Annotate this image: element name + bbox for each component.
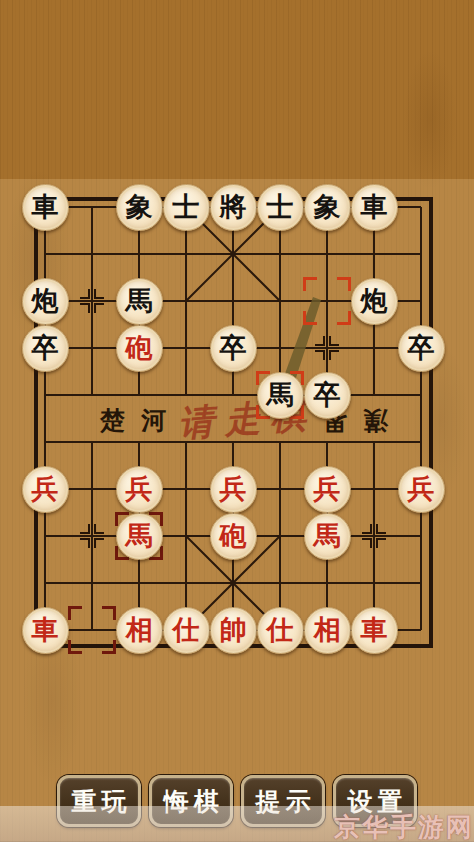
piece-red-cannon[interactable]: 砲	[210, 513, 257, 560]
star-point	[315, 336, 339, 360]
piece-red-soldier[interactable]: 兵	[398, 466, 445, 513]
piece-red-soldier[interactable]: 兵	[210, 466, 257, 513]
piece-red-advisor[interactable]: 仕	[257, 607, 304, 654]
piece-black-soldier[interactable]: 卒	[210, 325, 257, 372]
piece-black-general[interactable]: 將	[210, 184, 257, 231]
piece-red-horse[interactable]: 馬	[304, 513, 351, 560]
piece-red-chariot[interactable]: 車	[351, 607, 398, 654]
star-point	[80, 289, 104, 313]
piece-red-soldier[interactable]: 兵	[116, 466, 163, 513]
piece-black-horse[interactable]: 馬	[257, 372, 304, 419]
piece-black-advisor[interactable]: 士	[257, 184, 304, 231]
piece-red-soldier[interactable]: 兵	[22, 466, 69, 513]
piece-red-general[interactable]: 帥	[210, 607, 257, 654]
piece-red-elephant[interactable]: 相	[304, 607, 351, 654]
piece-red-cannon[interactable]: 砲	[116, 325, 163, 372]
piece-black-cannon[interactable]: 炮	[351, 278, 398, 325]
site-watermark: 京华手游网	[334, 810, 474, 842]
piece-black-chariot[interactable]: 車	[22, 184, 69, 231]
piece-black-chariot[interactable]: 車	[351, 184, 398, 231]
game-screen: 楚河 漢界 请走棋 車象士將士象車炮馬炮卒砲卒卒馬卒兵兵兵兵兵馬砲馬車相仕帥仕相…	[0, 0, 474, 842]
piece-black-soldier[interactable]: 卒	[304, 372, 351, 419]
piece-black-advisor[interactable]: 士	[163, 184, 210, 231]
star-point	[80, 524, 104, 548]
piece-red-horse[interactable]: 馬	[116, 513, 163, 560]
star-point	[362, 524, 386, 548]
move-marker	[303, 277, 351, 325]
piece-red-chariot[interactable]: 車	[22, 607, 69, 654]
piece-black-horse[interactable]: 馬	[116, 278, 163, 325]
piece-black-cannon[interactable]: 炮	[22, 278, 69, 325]
piece-red-advisor[interactable]: 仕	[163, 607, 210, 654]
piece-red-soldier[interactable]: 兵	[304, 466, 351, 513]
piece-black-elephant[interactable]: 象	[304, 184, 351, 231]
move-marker	[68, 606, 116, 654]
piece-red-elephant[interactable]: 相	[116, 607, 163, 654]
piece-black-elephant[interactable]: 象	[116, 184, 163, 231]
piece-black-soldier[interactable]: 卒	[22, 325, 69, 372]
xiangqi-board[interactable]: 車象士將士象車炮馬炮卒砲卒卒馬卒兵兵兵兵兵馬砲馬車相仕帥仕相車	[22, 184, 445, 654]
piece-black-soldier[interactable]: 卒	[398, 325, 445, 372]
